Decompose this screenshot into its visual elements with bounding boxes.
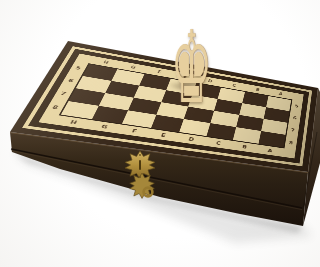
board-square (233, 127, 261, 144)
clasp-screw (139, 154, 141, 156)
photo-scene: HGFEDCBA HGFEDCBA 5678 5678 ♚ (0, 0, 320, 267)
clasp-screw (139, 176, 141, 178)
board-square (259, 131, 286, 147)
coordinate-label: 8 (284, 135, 297, 150)
clasp-keyslot (139, 160, 141, 170)
white-king-glyph: ♚ (171, 18, 203, 118)
white-king-piece: ♚ (152, 14, 222, 98)
